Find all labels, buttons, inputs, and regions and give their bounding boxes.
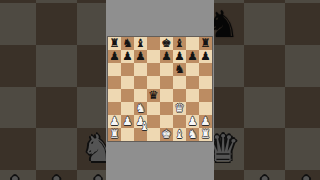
square-h3: [285, 128, 320, 170]
piece-black-pawn-b7: ♟: [36, 0, 78, 3]
square-d3[interactable]: [147, 102, 160, 115]
piece-black-pawn-a7[interactable]: ♟: [108, 50, 121, 63]
piece-white-pawn-h2: ♟: [285, 170, 320, 180]
square-b5[interactable]: [121, 76, 134, 89]
square-e5[interactable]: [160, 76, 173, 89]
piece-white-knight-g1[interactable]: ♞: [186, 128, 199, 141]
piece-white-king-e1[interactable]: ♚: [160, 128, 173, 141]
square-b1[interactable]: [121, 128, 134, 141]
square-d8[interactable]: [147, 37, 160, 50]
piece-black-pawn-b7[interactable]: ♟: [121, 50, 134, 63]
piece-black-queen-d4[interactable]: ♛: [147, 89, 160, 102]
square-h4: [285, 87, 320, 129]
square-g3: [244, 128, 286, 170]
square-b5: [36, 45, 78, 87]
square-a4[interactable]: [108, 89, 121, 102]
chess-board[interactable]: ♜♞♝♚♝♜♟♟♟♟♟♟♟♞♛♞♛♟♟♟♟♟♜♚♝♞♜♝: [108, 37, 212, 141]
square-a5[interactable]: [108, 76, 121, 89]
piece-black-pawn-g7[interactable]: ♟: [186, 50, 199, 63]
piece-white-queen-f3[interactable]: ♛: [173, 102, 186, 115]
piece-black-knight-f6[interactable]: ♞: [173, 63, 186, 76]
piece-white-pawn-b2[interactable]: ♟: [121, 115, 134, 128]
piece-white-rook-a1[interactable]: ♜: [108, 128, 121, 141]
square-c5[interactable]: [134, 76, 147, 89]
piece-white-bishop-f1[interactable]: ♝: [173, 128, 186, 141]
piece-white-pawn-g2: ♟: [244, 170, 286, 180]
square-g5[interactable]: [186, 76, 199, 89]
square-b4[interactable]: [121, 89, 134, 102]
square-e3[interactable]: [160, 102, 173, 115]
square-d6[interactable]: [147, 63, 160, 76]
square-a6[interactable]: [108, 63, 121, 76]
square-h6: [285, 3, 320, 45]
square-h6[interactable]: [199, 63, 212, 76]
piece-white-pawn-a2: ♟: [0, 170, 36, 180]
square-a5: [0, 45, 36, 87]
video-frame: ♜♞♝♚♝♜♟♟♟♟♟♟♟♞♛♞♛♟♟♟♟♟♜♚♝♞♜♝ ♜♞♝♚♝♜♟♟♟♟♟…: [0, 0, 320, 180]
piece-black-pawn-g7: ♟: [244, 0, 286, 3]
square-b6[interactable]: [121, 63, 134, 76]
square-c6[interactable]: [134, 63, 147, 76]
square-e6[interactable]: [160, 63, 173, 76]
square-g6: [244, 3, 286, 45]
piece-black-pawn-h7: ♟: [285, 0, 320, 3]
square-g4[interactable]: [186, 89, 199, 102]
square-a3: [0, 128, 36, 170]
square-f5[interactable]: [173, 76, 186, 89]
square-b6: [36, 3, 78, 45]
square-h4[interactable]: [199, 89, 212, 102]
piece-black-pawn-e7[interactable]: ♟: [160, 50, 173, 63]
square-b3: [36, 128, 78, 170]
piece-black-pawn-a7: ♟: [0, 0, 36, 3]
square-h5[interactable]: [199, 76, 212, 89]
square-a6: [0, 3, 36, 45]
piece-white-bishop-moving-from-c1[interactable]: ♝: [138, 120, 151, 133]
square-h5: [285, 45, 320, 87]
square-b4: [36, 87, 78, 129]
square-e4[interactable]: [160, 89, 173, 102]
piece-black-pawn-h7[interactable]: ♟: [199, 50, 212, 63]
square-d7[interactable]: [147, 50, 160, 63]
square-a4: [0, 87, 36, 129]
piece-white-rook-h1[interactable]: ♜: [199, 128, 212, 141]
piece-white-pawn-b2: ♟: [36, 170, 78, 180]
piece-black-pawn-c7[interactable]: ♟: [134, 50, 147, 63]
square-g5: [244, 45, 286, 87]
square-g6[interactable]: [186, 63, 199, 76]
square-g4: [244, 87, 286, 129]
